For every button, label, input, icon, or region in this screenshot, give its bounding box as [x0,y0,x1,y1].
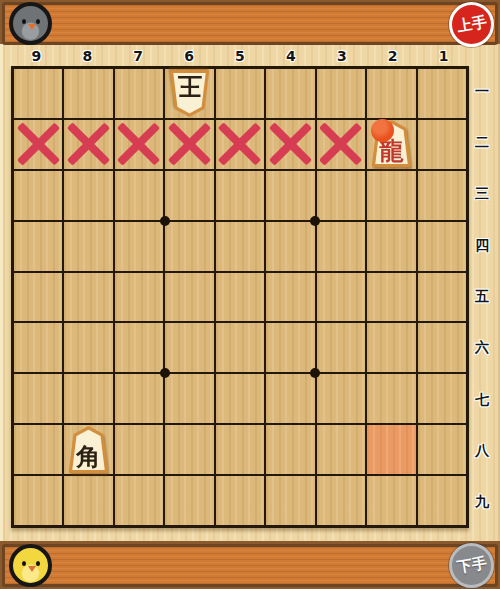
rank-label-9: 九 [470,477,494,528]
rank-label-4: 四 [470,220,494,271]
piece-bishop[interactable]: 角 [66,426,111,474]
board-cell[interactable] [418,425,466,474]
avatar-eye-icon [36,561,40,566]
svg-text:王: 王 [177,73,202,102]
file-label-3: 3 [316,46,367,66]
board-cell[interactable] [216,69,264,118]
rank-label-2: 二 [470,117,494,168]
board-cell-highlighted[interactable] [367,425,415,474]
board-cell[interactable] [216,425,264,474]
x-mark-icon [266,120,314,169]
board-cell[interactable] [115,120,163,169]
board-cell[interactable] [367,69,415,118]
avatar-beak-icon [28,24,36,30]
board-cell[interactable] [115,222,163,271]
avatar-beak-icon [28,566,36,572]
file-label-4: 4 [265,46,316,66]
rank-label-3: 三 [470,169,494,220]
board-cell[interactable] [165,120,213,169]
board-cell[interactable] [418,374,466,423]
board-cell[interactable] [317,273,365,322]
board-cell[interactable] [64,273,112,322]
board-cell[interactable] [14,69,62,118]
board-cell[interactable] [317,222,365,271]
board-cell[interactable]: 王 [165,69,213,118]
x-mark-icon [216,120,264,169]
player-bar [2,544,498,587]
board-cell[interactable] [64,323,112,372]
rank-label-5: 五 [470,271,494,322]
board-cell[interactable] [165,171,213,220]
board-cell[interactable] [216,171,264,220]
board-cell[interactable] [418,120,466,169]
board-cell[interactable] [216,273,264,322]
board-cell[interactable] [165,425,213,474]
board-cell[interactable] [317,171,365,220]
board-cell[interactable] [367,222,415,271]
board-cell[interactable] [367,171,415,220]
shogi-board: 王龍角 [11,66,469,528]
board-cell[interactable] [64,476,112,525]
rank-labels: 一二三四五六七八九 [470,66,494,528]
board-cell[interactable] [14,476,62,525]
x-mark-icon [64,120,112,169]
file-label-5: 5 [215,46,266,66]
board-cell[interactable] [216,120,264,169]
board-cell[interactable] [14,425,62,474]
board-cell[interactable] [115,476,163,525]
board-cell[interactable] [216,374,264,423]
board-cell[interactable] [14,222,62,271]
board-cell[interactable] [418,222,466,271]
board-cell[interactable] [418,273,466,322]
board-cell[interactable] [165,222,213,271]
file-labels: 987654321 [11,46,469,66]
opponent-avatar-gray-bird-icon [9,2,52,45]
board-cell[interactable] [367,273,415,322]
board-cell[interactable] [418,69,466,118]
board-cell[interactable] [418,323,466,372]
board-cell[interactable] [14,273,62,322]
board-cell[interactable] [64,120,112,169]
board-cell[interactable] [266,374,314,423]
board-cell[interactable] [266,69,314,118]
board-cell[interactable] [64,374,112,423]
opponent-bar [2,2,498,45]
uwate-badge-label: 上手 [455,13,488,36]
x-mark-icon [165,120,213,169]
board-cell[interactable] [317,323,365,372]
shogi-app: 上手 987654321 一二三四五六七八九 王龍角 下手 [0,0,500,589]
file-label-8: 8 [62,46,113,66]
rank-label-6: 六 [470,323,494,374]
board-cell[interactable] [115,425,163,474]
board-cell[interactable]: 角 [64,425,112,474]
uwate-badge: 上手 [449,2,494,47]
board-cell[interactable] [115,69,163,118]
file-label-6: 6 [164,46,215,66]
shitate-badge: 下手 [449,543,494,588]
board-cell[interactable] [266,171,314,220]
board-cell[interactable] [64,222,112,271]
board-cell[interactable] [115,374,163,423]
board-cell[interactable] [64,171,112,220]
board-cell[interactable] [115,323,163,372]
board-cell[interactable] [165,476,213,525]
board-cell[interactable] [317,476,365,525]
board-cell[interactable] [14,323,62,372]
board-cell[interactable] [165,374,213,423]
board-cell[interactable] [317,425,365,474]
board-cell[interactable] [115,171,163,220]
board-cell[interactable] [367,476,415,525]
board-cell[interactable] [266,476,314,525]
board-cell[interactable] [14,171,62,220]
rank-label-8: 八 [470,425,494,476]
board-cell[interactable] [216,222,264,271]
avatar-eye-icon [22,561,26,566]
board-cell[interactable] [165,273,213,322]
board-cell[interactable] [266,222,314,271]
board-cell[interactable] [64,69,112,118]
file-label-7: 7 [113,46,164,66]
board-cell[interactable] [14,120,62,169]
board-cell[interactable] [266,323,314,372]
avatar-eye-icon [36,19,40,24]
board-cell[interactable] [115,273,163,322]
board-cell[interactable] [317,374,365,423]
avatar-eye-icon [22,19,26,24]
piece-king[interactable]: 王 [167,69,212,117]
last-move-red-dot-icon [371,119,394,142]
board-cell[interactable] [418,476,466,525]
board-cell[interactable] [165,323,213,372]
file-label-2: 2 [367,46,418,66]
board-cell[interactable] [266,273,314,322]
rank-label-7: 七 [470,374,494,425]
rank-label-1: 一 [470,66,494,117]
svg-text:角: 角 [76,441,101,470]
board-cell[interactable] [266,425,314,474]
board-cell[interactable]: 龍 [367,120,415,169]
board-cell[interactable] [266,120,314,169]
star-point [160,368,170,378]
file-label-1: 1 [418,46,469,66]
file-label-9: 9 [11,46,62,66]
board-cell[interactable] [317,120,365,169]
board-cell[interactable] [14,374,62,423]
board-cell[interactable] [367,374,415,423]
star-point [160,216,170,226]
shitate-badge-label: 下手 [455,554,488,577]
board-cell[interactable] [216,323,264,372]
board-cell[interactable] [216,476,264,525]
x-mark-icon [115,120,163,169]
board-cell[interactable] [367,323,415,372]
board-cell[interactable] [317,69,365,118]
x-mark-icon [14,120,62,169]
board-cell[interactable] [418,171,466,220]
player-avatar-yellow-chick-icon [9,544,52,587]
x-mark-icon [317,120,365,169]
